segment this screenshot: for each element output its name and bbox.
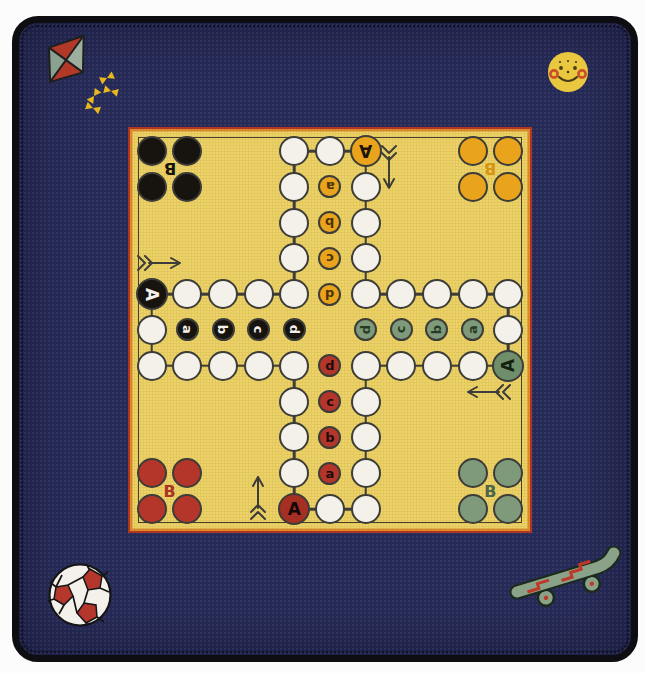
track-circle (279, 136, 309, 166)
home-circle: d (354, 318, 377, 341)
track-circle (386, 279, 416, 309)
bench-circle-orange[interactable] (493, 136, 523, 166)
track-cell-c2r5[interactable] (170, 276, 206, 312)
home-circle: a (176, 318, 199, 341)
home-cell-red-b[interactable]: b (312, 420, 348, 456)
track-cell-c1r7[interactable] (134, 348, 170, 384)
track-cell-c6r1[interactable] (312, 133, 348, 169)
track-cell-c5r8[interactable] (277, 384, 313, 420)
start-cell-red[interactable]: A (277, 491, 313, 527)
start-circle: A (350, 135, 382, 167)
track-circle (279, 208, 309, 238)
track-circle (279, 351, 309, 381)
track-cell-c8r5[interactable] (383, 276, 419, 312)
track-cell-c5r2[interactable] (277, 169, 313, 205)
track-circle (422, 351, 452, 381)
bench-circle-orange[interactable] (458, 136, 488, 166)
track-cell-c11r5[interactable] (490, 276, 526, 312)
track-cell-c7r9[interactable] (348, 420, 384, 456)
track-cell-c11r6[interactable] (490, 312, 526, 348)
bench-circle-orange[interactable] (493, 172, 523, 202)
track-circle (279, 279, 309, 309)
track-circle (208, 351, 238, 381)
home-circle: c (247, 318, 270, 341)
home-circle: c (318, 390, 341, 413)
track-circle (172, 351, 202, 381)
bench-circle-red[interactable] (137, 458, 167, 488)
track-circle (458, 279, 488, 309)
home-circle: a (318, 462, 341, 485)
track-circle (386, 351, 416, 381)
track-cell-c9r7[interactable] (419, 348, 455, 384)
bench-circle-green[interactable] (493, 494, 523, 524)
bench-top-left-black: B (134, 133, 205, 205)
track-cell-c5r7[interactable] (277, 348, 313, 384)
track-circle (351, 243, 381, 273)
track-cell-c7r2[interactable] (348, 169, 384, 205)
track-cell-c5r9[interactable] (277, 420, 313, 456)
track-circle (493, 315, 523, 345)
home-circle: c (318, 247, 341, 270)
kite-icon (26, 22, 122, 122)
bench-circle-green[interactable] (458, 494, 488, 524)
home-circle: b (318, 211, 341, 234)
home-cell-orange-b[interactable]: b (312, 205, 348, 241)
home-cell-green-a[interactable]: a (455, 312, 491, 348)
track-cell-c7r7[interactable] (348, 348, 384, 384)
home-circle: b (318, 426, 341, 449)
home-cell-orange-c[interactable]: c (312, 240, 348, 276)
track-circle (279, 387, 309, 417)
home-circle: c (390, 318, 413, 341)
track-circle (172, 279, 202, 309)
track-circle (351, 422, 381, 452)
home-circle: d (318, 283, 341, 306)
start-cell-black[interactable]: A (134, 276, 170, 312)
track-cell-c3r5[interactable] (205, 276, 241, 312)
track-circle (244, 279, 274, 309)
play-mat-photo: AabcAdabcddcbadAcbaABBBB (0, 0, 645, 673)
kite-frame (33, 23, 100, 94)
bench-circle-black[interactable] (172, 136, 202, 166)
bench-bottom-right-green: B (455, 455, 526, 527)
bench-circle-red[interactable] (137, 494, 167, 524)
track-cell-c7r5[interactable] (348, 276, 384, 312)
track-circle (244, 351, 274, 381)
track-cell-c2r7[interactable] (170, 348, 206, 384)
track-cell-c10r5[interactable] (455, 276, 491, 312)
track-cell-c7r11[interactable] (348, 491, 384, 527)
home-circle: b (212, 318, 235, 341)
home-cell-orange-d[interactable]: d (312, 276, 348, 312)
home-circle: a (461, 318, 484, 341)
start-cell-green[interactable]: A (490, 348, 526, 384)
track-circle (137, 315, 167, 345)
track-circle (279, 172, 309, 202)
direction-arrow-orange (381, 144, 397, 190)
track-cell-c4r7[interactable] (241, 348, 277, 384)
home-cell-black-c[interactable]: c (241, 312, 277, 348)
home-cell-green-c[interactable]: c (383, 312, 419, 348)
track-circle (351, 172, 381, 202)
track-cell-c5r3[interactable] (277, 205, 313, 241)
direction-arrow-black (136, 255, 182, 271)
track-cell-c10r7[interactable] (455, 348, 491, 384)
track-cell-c3r7[interactable] (205, 348, 241, 384)
bench-top-right-orange: B (455, 133, 526, 205)
track-circle (279, 422, 309, 452)
track-circle (351, 351, 381, 381)
home-cell-black-b[interactable]: b (205, 312, 241, 348)
track-circle (351, 208, 381, 238)
bench-circle-black[interactable] (172, 172, 202, 202)
bench-circle-green[interactable] (458, 458, 488, 488)
home-cell-black-d[interactable]: d (277, 312, 313, 348)
home-circle: b (425, 318, 448, 341)
home-circle: a (318, 175, 341, 198)
track-cell-c9r5[interactable] (419, 276, 455, 312)
track-cell-c8r7[interactable] (383, 348, 419, 384)
track-circle (315, 136, 345, 166)
bench-circle-orange[interactable] (458, 172, 488, 202)
start-circle: A (492, 350, 524, 382)
track-cell-c5r5[interactable] (277, 276, 313, 312)
track-circle (422, 279, 452, 309)
track-circle (279, 243, 309, 273)
track-circle (351, 387, 381, 417)
track-circle (208, 279, 238, 309)
kite-tail (85, 71, 119, 114)
direction-arrow-green (466, 384, 512, 400)
track-cell-c7r8[interactable] (348, 384, 384, 420)
track-cell-c5r4[interactable] (277, 240, 313, 276)
ludo-board: AabcAdabcddcbadAcbaABBBB (128, 127, 532, 533)
home-cell-orange-a[interactable]: a (312, 169, 348, 205)
track-circle (493, 279, 523, 309)
direction-arrow-red (250, 475, 266, 521)
track-circle (351, 279, 381, 309)
bench-circle-black[interactable] (137, 172, 167, 202)
track-cell-c1r6[interactable] (134, 312, 170, 348)
track-cell-c5r1[interactable] (277, 133, 313, 169)
home-cell-red-c[interactable]: c (312, 384, 348, 420)
bench-circle-black[interactable] (137, 136, 167, 166)
track-cell-c4r5[interactable] (241, 276, 277, 312)
start-circle: A (278, 493, 310, 525)
bench-circle-green[interactable] (493, 458, 523, 488)
home-cell-green-b[interactable]: b (419, 312, 455, 348)
track-circle (351, 494, 381, 524)
track-cell-c6r11[interactable] (312, 491, 348, 527)
start-circle: A (136, 278, 168, 310)
start-cell-orange[interactable]: A (348, 133, 384, 169)
track-cell-c5r10[interactable] (277, 455, 313, 491)
track-cell-c7r3[interactable] (348, 205, 384, 241)
skateboard-icon (503, 546, 643, 636)
soccer-ball-icon (46, 561, 114, 629)
track-cell-c7r10[interactable] (348, 455, 384, 491)
home-circle: d (283, 318, 306, 341)
board-grid: AabcAdabcddcbadAcbaABBBB (134, 133, 526, 527)
home-cell-red-a[interactable]: a (312, 455, 348, 491)
track-cell-c7r4[interactable] (348, 240, 384, 276)
track-circle (351, 458, 381, 488)
bench-circle-red[interactable] (172, 458, 202, 488)
sun-face-icon (540, 44, 596, 100)
home-cell-green-d[interactable]: d (348, 312, 384, 348)
track-circle (137, 351, 167, 381)
home-circle: d (318, 354, 341, 377)
home-cell-black-a[interactable]: a (170, 312, 206, 348)
home-cell-red-d[interactable]: d (312, 348, 348, 384)
bench-bottom-left-red: B (134, 455, 205, 527)
track-circle (279, 458, 309, 488)
track-circle (458, 351, 488, 381)
track-circle (315, 494, 345, 524)
bench-circle-red[interactable] (172, 494, 202, 524)
